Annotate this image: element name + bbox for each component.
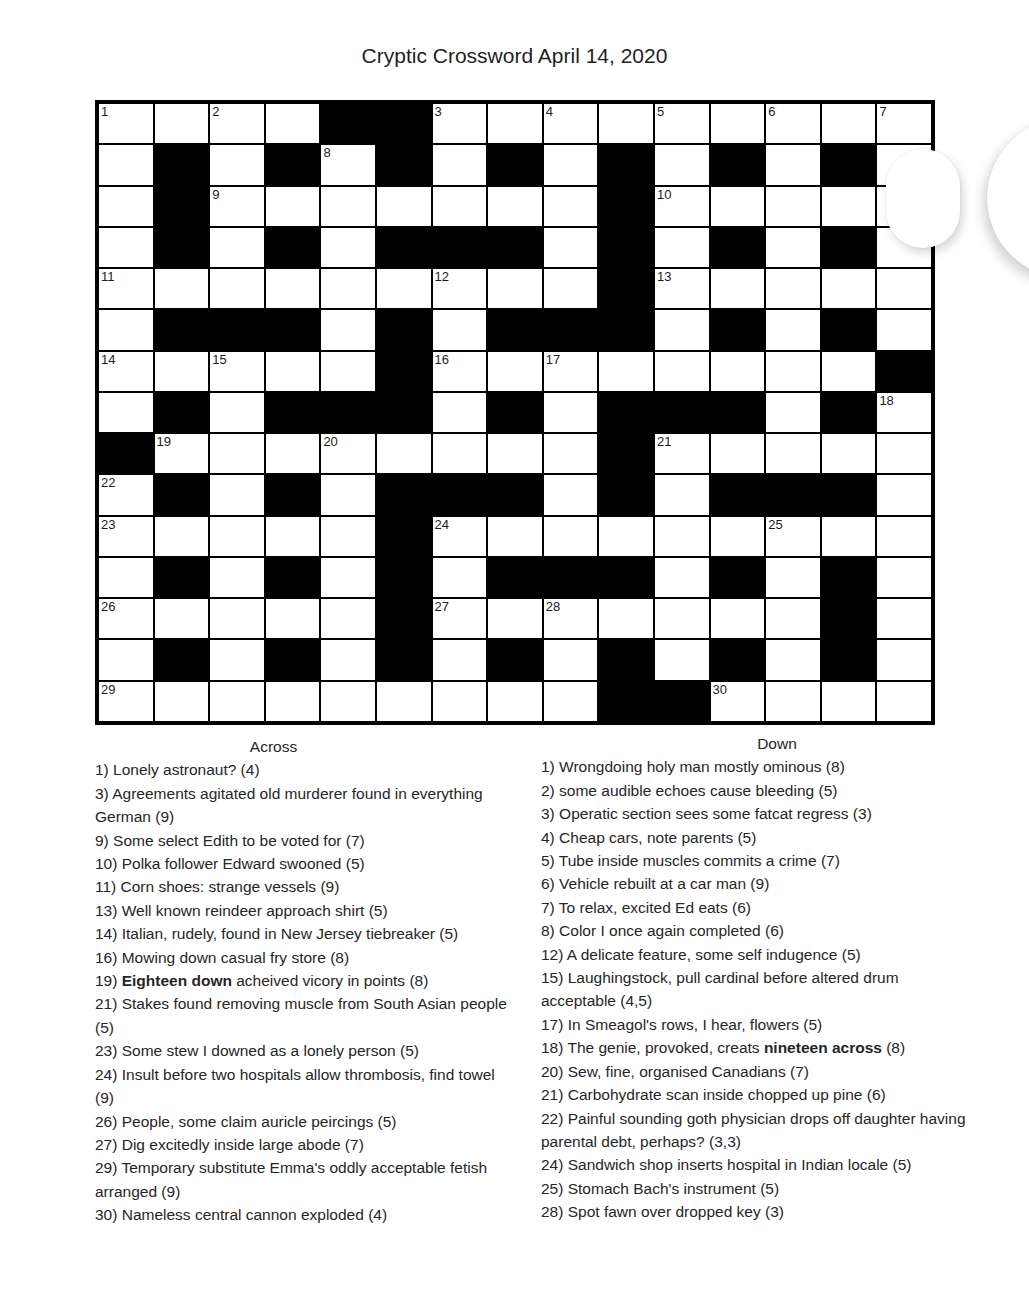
grid-cell-r10c14 — [822, 475, 876, 514]
clue-number: 18 — [879, 393, 893, 408]
grid-cell-r7c6 — [377, 352, 431, 391]
down-clue-21: 21) Carbohydrate scan inside chopped up … — [541, 1083, 1003, 1106]
grid-cell-r10c9[interactable] — [544, 475, 598, 514]
grid-cell-r2c6 — [377, 145, 431, 184]
grid-cell-r11c8[interactable] — [488, 517, 542, 556]
grid-cell-r4c12 — [711, 228, 765, 267]
grid-cell-r1c2[interactable] — [155, 104, 209, 143]
grid-cell-r5c15[interactable] — [877, 269, 931, 308]
grid-cell-r14c2 — [155, 640, 209, 679]
grid-cell-r10c1[interactable]: 22 — [99, 475, 153, 514]
grid-cell-r6c9 — [544, 310, 598, 349]
grid-cell-r8c5 — [321, 393, 375, 432]
grid-cell-r6c12 — [711, 310, 765, 349]
clue-number: 29 — [101, 682, 115, 697]
grid-cell-r14c8 — [488, 640, 542, 679]
grid-cell-r4c1[interactable] — [99, 228, 153, 267]
grid-cell-r13c2[interactable] — [155, 599, 209, 638]
grid-cell-r12c14 — [822, 558, 876, 597]
grid-cell-r1c11[interactable]: 5 — [655, 104, 709, 143]
clue-number: 11 — [101, 269, 115, 284]
grid-cell-r8c7[interactable] — [433, 393, 487, 432]
grid-cell-r14c5[interactable] — [321, 640, 375, 679]
grid-cell-r1c14[interactable] — [822, 104, 876, 143]
grid-cell-r5c5[interactable] — [321, 269, 375, 308]
grid-cell-r11c12[interactable] — [711, 517, 765, 556]
grid-cell-r14c6 — [377, 640, 431, 679]
grid-cell-r13c13[interactable] — [766, 599, 820, 638]
grid-cell-r13c11[interactable] — [655, 599, 709, 638]
grid-cell-r14c10 — [599, 640, 653, 679]
grid-cell-r15c3[interactable] — [210, 682, 264, 721]
grid-cell-r2c9[interactable] — [544, 145, 598, 184]
grid-cell-r2c2 — [155, 145, 209, 184]
grid-cell-r2c4 — [266, 145, 320, 184]
clue-number: 14 — [101, 352, 115, 367]
grid-cell-r9c13[interactable] — [766, 434, 820, 473]
down-clue-3: 3) Operatic section sees some fatcat reg… — [541, 802, 1003, 825]
grid-cell-r13c9[interactable]: 28 — [544, 599, 598, 638]
grid-cell-r1c13[interactable]: 6 — [766, 104, 820, 143]
grid-cell-r6c15[interactable] — [877, 310, 931, 349]
grid-cell-r4c5[interactable] — [321, 228, 375, 267]
overlay-bubble-small — [886, 149, 960, 248]
grid-cell-r4c11[interactable] — [655, 228, 709, 267]
across-clue-26: 26) People, some claim auricle peircings… — [95, 1110, 550, 1133]
grid-cell-r14c12 — [711, 640, 765, 679]
grid-cell-r7c13[interactable] — [766, 352, 820, 391]
grid-cell-r1c8[interactable] — [488, 104, 542, 143]
clue-number: 30 — [713, 682, 727, 697]
clue-number: 20 — [323, 434, 337, 449]
clue-number: 21 — [657, 434, 671, 449]
grid-cell-r2c10 — [599, 145, 653, 184]
clue-number: 4 — [546, 104, 553, 119]
grid-cell-r7c8[interactable] — [488, 352, 542, 391]
grid-cell-r6c10 — [599, 310, 653, 349]
grid-cell-r6c8 — [488, 310, 542, 349]
grid-cell-r6c11[interactable] — [655, 310, 709, 349]
grid-cell-r8c11 — [655, 393, 709, 432]
grid-cell-r9c10 — [599, 434, 653, 473]
grid-cell-r11c15[interactable] — [877, 517, 931, 556]
clue-number: 3 — [435, 104, 442, 119]
down-clue-6: 6) Vehicle rebuilt at a car man (9) — [541, 872, 1003, 895]
grid-cell-r1c15[interactable]: 7 — [877, 104, 931, 143]
grid-cell-r11c2[interactable] — [155, 517, 209, 556]
grid-cell-r10c11[interactable] — [655, 475, 709, 514]
grid-cell-r6c5[interactable] — [321, 310, 375, 349]
grid-cell-r13c10[interactable] — [599, 599, 653, 638]
grid-cell-r3c11[interactable]: 10 — [655, 187, 709, 226]
grid-cell-r2c3[interactable] — [210, 145, 264, 184]
down-clue-22: 22) Painful sounding goth physician drop… — [541, 1107, 1003, 1154]
grid-cell-r5c9[interactable] — [544, 269, 598, 308]
grid-cell-r7c10[interactable] — [599, 352, 653, 391]
grid-cell-r15c2[interactable] — [155, 682, 209, 721]
clue-number: 10 — [657, 187, 671, 202]
grid-cell-r2c8 — [488, 145, 542, 184]
across-clue-10: 10) Polka follower Edward swooned (5) — [95, 852, 550, 875]
grid-cell-r15c9[interactable] — [544, 682, 598, 721]
grid-cell-r5c13[interactable] — [766, 269, 820, 308]
clue-number: 2 — [212, 104, 219, 119]
grid-cell-r14c9[interactable] — [544, 640, 598, 679]
clue-number: 12 — [435, 269, 449, 284]
grid-cell-r4c3[interactable] — [210, 228, 264, 267]
grid-cell-r9c7[interactable] — [433, 434, 487, 473]
grid-cell-r8c9[interactable] — [544, 393, 598, 432]
page-title: Cryptic Crossword April 14, 2020 — [0, 44, 1029, 68]
across-clue-29: 29) Temporary substitute Emma's oddly ac… — [95, 1156, 550, 1203]
grid-cell-r14c13[interactable] — [766, 640, 820, 679]
grid-cell-r15c12[interactable]: 30 — [711, 682, 765, 721]
across-clue-14: 14) Italian, rudely, found in New Jersey… — [95, 922, 550, 945]
grid-cell-r6c6 — [377, 310, 431, 349]
grid-cell-r13c6 — [377, 599, 431, 638]
clue-number: 15 — [212, 352, 226, 367]
across-clue-16: 16) Mowing down casual fry store (8) — [95, 946, 550, 969]
crossword-grid: 1234567891011121314151617181920212223242… — [95, 100, 935, 725]
grid-cell-r3c10 — [599, 187, 653, 226]
grid-cell-r11c7[interactable]: 24 — [433, 517, 487, 556]
grid-cell-r14c7[interactable] — [433, 640, 487, 679]
grid-cell-r4c7 — [433, 228, 487, 267]
grid-cell-r7c7[interactable]: 16 — [433, 352, 487, 391]
grid-cell-r13c7[interactable]: 27 — [433, 599, 487, 638]
grid-cell-r6c14 — [822, 310, 876, 349]
clue-number: 8 — [323, 145, 330, 160]
grid-cell-r11c3[interactable] — [210, 517, 264, 556]
across-clue-21: 21) Stakes found removing muscle from So… — [95, 992, 550, 1039]
grid-cell-r6c1[interactable] — [99, 310, 153, 349]
grid-cell-r3c9[interactable] — [544, 187, 598, 226]
grid-cell-r5c3[interactable] — [210, 269, 264, 308]
grid-cell-r13c12[interactable] — [711, 599, 765, 638]
grid-cell-r5c7[interactable]: 12 — [433, 269, 487, 308]
grid-cell-r11c14[interactable] — [822, 517, 876, 556]
grid-cell-r3c7[interactable] — [433, 187, 487, 226]
grid-cell-r15c11 — [655, 682, 709, 721]
grid-cell-r13c3[interactable] — [210, 599, 264, 638]
grid-cell-r1c1[interactable]: 1 — [99, 104, 153, 143]
grid-cell-r8c10 — [599, 393, 653, 432]
across-clue-23: 23) Some stew I downed as a lonely perso… — [95, 1039, 550, 1062]
grid-cell-r4c14 — [822, 228, 876, 267]
across-clue-11: 11) Corn shoes: strange vessels (9) — [95, 875, 550, 898]
grid-cell-r7c12[interactable] — [711, 352, 765, 391]
down-clue-7: 7) To relax, excited Ed eats (6) — [541, 896, 1003, 919]
grid-cell-r15c6[interactable] — [377, 682, 431, 721]
grid-cell-r10c13 — [766, 475, 820, 514]
grid-cell-r10c6 — [377, 475, 431, 514]
grid-cell-r12c13[interactable] — [766, 558, 820, 597]
down-clue-24: 24) Sandwich shop inserts hospital in In… — [541, 1153, 1003, 1176]
grid-cell-r9c8[interactable] — [488, 434, 542, 473]
grid-cell-r13c15[interactable] — [877, 599, 931, 638]
down-clue-25: 25) Stomach Bach's instrument (5) — [541, 1177, 1003, 1200]
clue-number: 5 — [657, 104, 664, 119]
down-clue-list: 1) Wrongdoing holy man mostly ominous (8… — [541, 755, 1003, 1223]
grid-cell-r1c4[interactable] — [266, 104, 320, 143]
grid-cell-r10c4 — [266, 475, 320, 514]
grid-cell-r15c1[interactable]: 29 — [99, 682, 153, 721]
grid-cell-r10c2 — [155, 475, 209, 514]
grid-cell-r12c12 — [711, 558, 765, 597]
grid-cell-r13c1[interactable]: 26 — [99, 599, 153, 638]
grid-cell-r14c1[interactable] — [99, 640, 153, 679]
grid-cell-r9c11[interactable]: 21 — [655, 434, 709, 473]
grid-cell-r7c2[interactable] — [155, 352, 209, 391]
grid-cell-r11c1[interactable]: 23 — [99, 517, 153, 556]
grid-cell-r7c11[interactable] — [655, 352, 709, 391]
clue-number: 24 — [435, 517, 449, 532]
grid-cell-r3c8[interactable] — [488, 187, 542, 226]
grid-cell-r8c13[interactable] — [766, 393, 820, 432]
grid-cell-r12c1[interactable] — [99, 558, 153, 597]
across-section: Across 1) Lonely astronaut? (4)3) Agreem… — [95, 735, 550, 1227]
clue-number: 22 — [101, 475, 115, 490]
grid-cell-r6c7[interactable] — [433, 310, 487, 349]
grid-cell-r8c4 — [266, 393, 320, 432]
grid-cell-r4c8 — [488, 228, 542, 267]
grid-cell-r10c8 — [488, 475, 542, 514]
grid-cell-r9c12[interactable] — [711, 434, 765, 473]
clue-number: 7 — [879, 104, 886, 119]
clue-number: 26 — [101, 599, 115, 614]
grid-cell-r14c3[interactable] — [210, 640, 264, 679]
grid-cell-r15c10 — [599, 682, 653, 721]
grid-cell-r6c2 — [155, 310, 209, 349]
grid-cell-r10c5[interactable] — [321, 475, 375, 514]
grid-cell-r7c1[interactable]: 14 — [99, 352, 153, 391]
grid-cell-r5c1[interactable]: 11 — [99, 269, 153, 308]
grid-cell-r9c2[interactable]: 19 — [155, 434, 209, 473]
grid-cell-r4c4 — [266, 228, 320, 267]
grid-cell-r12c8 — [488, 558, 542, 597]
grid-cell-r11c4[interactable] — [266, 517, 320, 556]
grid-cell-r10c7 — [433, 475, 487, 514]
grid-cell-r7c15 — [877, 352, 931, 391]
across-clue-24: 24) Insult before two hospitals allow th… — [95, 1063, 550, 1110]
grid-cell-r12c15[interactable] — [877, 558, 931, 597]
grid-cell-r12c7[interactable] — [433, 558, 487, 597]
grid-cell-r7c5[interactable] — [321, 352, 375, 391]
grid-cell-r11c6 — [377, 517, 431, 556]
grid-cell-r9c14[interactable] — [822, 434, 876, 473]
across-clue-1: 1) Lonely astronaut? (4) — [95, 758, 550, 781]
grid-cell-r3c3[interactable]: 9 — [210, 187, 264, 226]
grid-cell-r8c3[interactable] — [210, 393, 264, 432]
across-clue-3: 3) Agreements agitated old murderer foun… — [95, 782, 550, 829]
overlay-bubble-large — [987, 118, 1029, 278]
down-clue-4: 4) Cheap cars, note parents (5) — [541, 826, 1003, 849]
grid-cell-r2c11[interactable] — [655, 145, 709, 184]
down-clue-12: 12) A delicate feature, some self induge… — [541, 943, 1003, 966]
clue-number: 17 — [546, 352, 560, 367]
clue-number: 25 — [768, 517, 782, 532]
grid-cell-r12c2 — [155, 558, 209, 597]
grid-cell-r11c11[interactable] — [655, 517, 709, 556]
grid-cell-r1c9[interactable]: 4 — [544, 104, 598, 143]
grid-cell-r15c13[interactable] — [766, 682, 820, 721]
grid-cell-r2c1[interactable] — [99, 145, 153, 184]
grid-cell-r5c12[interactable] — [711, 269, 765, 308]
grid-cell-r10c12 — [711, 475, 765, 514]
across-clue-list: 1) Lonely astronaut? (4)3) Agreements ag… — [95, 758, 550, 1226]
clue-number: 23 — [101, 517, 115, 532]
grid-cell-r10c3[interactable] — [210, 475, 264, 514]
across-clue-30: 30) Nameless central cannon exploded (4) — [95, 1203, 550, 1226]
grid-cell-r8c15[interactable]: 18 — [877, 393, 931, 432]
across-clue-27: 27) Dig excitedly inside large abode (7) — [95, 1133, 550, 1156]
grid-cell-r14c4 — [266, 640, 320, 679]
down-header: Down — [541, 732, 1013, 755]
grid-cell-r1c3[interactable]: 2 — [210, 104, 264, 143]
down-section: Down 1) Wrongdoing holy man mostly omino… — [541, 732, 1003, 1224]
down-clue-17: 17) In Smeagol's rows, I hear, flowers (… — [541, 1013, 1003, 1036]
grid-cell-r1c5 — [321, 104, 375, 143]
grid-cell-r6c3 — [210, 310, 264, 349]
grid-cell-r5c2[interactable] — [155, 269, 209, 308]
grid-cell-r11c5[interactable] — [321, 517, 375, 556]
grid-cell-r3c4[interactable] — [266, 187, 320, 226]
grid-cell-r8c8 — [488, 393, 542, 432]
grid-cell-r6c4 — [266, 310, 320, 349]
across-header: Across — [95, 735, 452, 758]
grid-cell-r15c14[interactable] — [822, 682, 876, 721]
clue-number: 19 — [157, 434, 171, 449]
grid-cell-r5c14[interactable] — [822, 269, 876, 308]
grid-cell-r5c11[interactable]: 13 — [655, 269, 709, 308]
grid-cell-r3c12[interactable] — [711, 187, 765, 226]
grid-cell-r8c2 — [155, 393, 209, 432]
grid-cell-r13c8[interactable] — [488, 599, 542, 638]
grid-cell-r12c5[interactable] — [321, 558, 375, 597]
grid-cell-r8c14 — [822, 393, 876, 432]
grid-cell-r13c14 — [822, 599, 876, 638]
clue-number: 9 — [212, 187, 219, 202]
grid-cell-r2c14 — [822, 145, 876, 184]
clue-number: 16 — [435, 352, 449, 367]
grid-cell-r11c13[interactable]: 25 — [766, 517, 820, 556]
grid-cell-r13c4[interactable] — [266, 599, 320, 638]
grid-cell-r7c9[interactable]: 17 — [544, 352, 598, 391]
grid-cell-r1c10[interactable] — [599, 104, 653, 143]
grid-cell-r12c4 — [266, 558, 320, 597]
grid-cell-r9c4[interactable] — [266, 434, 320, 473]
grid-cell-r9c5[interactable]: 20 — [321, 434, 375, 473]
grid-cell-r9c9[interactable] — [544, 434, 598, 473]
across-clue-9: 9) Some select Edith to be voted for (7) — [95, 829, 550, 852]
grid-cell-r8c6 — [377, 393, 431, 432]
grid-cell-r4c9[interactable] — [544, 228, 598, 267]
grid-cell-r10c10 — [599, 475, 653, 514]
grid-cell-r2c5[interactable]: 8 — [321, 145, 375, 184]
down-clue-15: 15) Laughingstock, pull cardinal before … — [541, 966, 1003, 1013]
grid-cell-r8c1[interactable] — [99, 393, 153, 432]
grid-cell-r2c12 — [711, 145, 765, 184]
across-clue-19: 19) Eighteen down acheived vicory in poi… — [95, 969, 550, 992]
grid-cell-r11c10[interactable] — [599, 517, 653, 556]
grid-cell-r4c2 — [155, 228, 209, 267]
grid-cell-r9c15[interactable] — [877, 434, 931, 473]
grid-cell-r1c12[interactable] — [711, 104, 765, 143]
down-clue-8: 8) Color I once again completed (6) — [541, 919, 1003, 942]
grid-cell-r5c10 — [599, 269, 653, 308]
down-clue-28: 28) Spot fawn over dropped key (3) — [541, 1200, 1003, 1223]
grid-cell-r15c5[interactable] — [321, 682, 375, 721]
clue-number: 27 — [435, 599, 449, 614]
grid-cell-r7c14[interactable] — [822, 352, 876, 391]
grid-cell-r4c6 — [377, 228, 431, 267]
down-clue-18: 18) The genie, provoked, creats nineteen… — [541, 1036, 1003, 1059]
grid-cell-r14c11[interactable] — [655, 640, 709, 679]
grid-cell-r7c4[interactable] — [266, 352, 320, 391]
grid-cell-r3c2 — [155, 187, 209, 226]
grid-cell-r15c4[interactable] — [266, 682, 320, 721]
grid-cell-r11c9[interactable] — [544, 517, 598, 556]
grid-cell-r10c15[interactable] — [877, 475, 931, 514]
grid-cell-r14c15[interactable] — [877, 640, 931, 679]
grid-cell-r15c7[interactable] — [433, 682, 487, 721]
grid-cell-r3c6[interactable] — [377, 187, 431, 226]
grid-cell-r3c14[interactable] — [822, 187, 876, 226]
grid-cell-r12c3[interactable] — [210, 558, 264, 597]
grid-cell-r9c6[interactable] — [377, 434, 431, 473]
grid-cell-r7c3[interactable]: 15 — [210, 352, 264, 391]
grid-cell-r15c15[interactable] — [877, 682, 931, 721]
grid-cell-r3c13[interactable] — [766, 187, 820, 226]
grid-cell-r9c1 — [99, 434, 153, 473]
down-clue-20: 20) Sew, fine, organised Canadians (7) — [541, 1060, 1003, 1083]
grid-cell-r1c6 — [377, 104, 431, 143]
down-clue-5: 5) Tube inside muscles commits a crime (… — [541, 849, 1003, 872]
grid-cell-r4c13[interactable] — [766, 228, 820, 267]
grid-cell-r3c1[interactable] — [99, 187, 153, 226]
grid-cell-r8c12 — [711, 393, 765, 432]
grid-cell-r2c7[interactable] — [433, 145, 487, 184]
grid-cell-r12c11[interactable] — [655, 558, 709, 597]
grid-cell-r13c5[interactable] — [321, 599, 375, 638]
clue-number: 6 — [768, 104, 775, 119]
grid-cell-r12c9 — [544, 558, 598, 597]
grid-cell-r1c7[interactable]: 3 — [433, 104, 487, 143]
across-clue-13: 13) Well known reindeer approach shirt (… — [95, 899, 550, 922]
grid-cell-r9c3[interactable] — [210, 434, 264, 473]
grid-cell-r15c8[interactable] — [488, 682, 542, 721]
grid-cell-r3c5[interactable] — [321, 187, 375, 226]
grid-cell-r5c4[interactable] — [266, 269, 320, 308]
grid-cell-r4c10 — [599, 228, 653, 267]
grid-cell-r6c13[interactable] — [766, 310, 820, 349]
grid-cell-r12c6 — [377, 558, 431, 597]
grid-cell-r14c14 — [822, 640, 876, 679]
down-clue-1: 1) Wrongdoing holy man mostly ominous (8… — [541, 755, 1003, 778]
down-clue-2: 2) some audible echoes cause bleeding (5… — [541, 779, 1003, 802]
clue-number: 1 — [101, 104, 108, 119]
grid-cell-r5c6[interactable] — [377, 269, 431, 308]
clue-number: 13 — [657, 269, 671, 284]
grid-cell-r12c10 — [599, 558, 653, 597]
grid-cell-r2c13[interactable] — [766, 145, 820, 184]
grid-cell-r5c8[interactable] — [488, 269, 542, 308]
clue-number: 28 — [546, 599, 560, 614]
